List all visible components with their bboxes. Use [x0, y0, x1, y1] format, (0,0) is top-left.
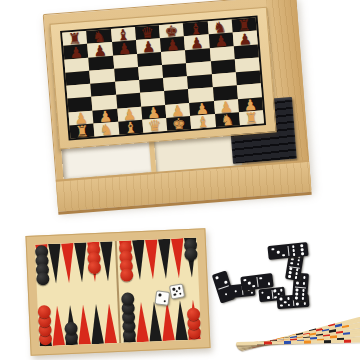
- chess-square: ♞: [215, 112, 240, 127]
- domino-half: [285, 265, 302, 281]
- domino-pip: [224, 292, 227, 295]
- domino-half: [256, 273, 274, 289]
- chess-square: ♝: [118, 120, 143, 135]
- domino-pip: [277, 251, 280, 254]
- domino-pip: [280, 289, 283, 292]
- domino-pip: [268, 282, 271, 285]
- domino-pip: [234, 290, 237, 293]
- backgammon-point: [132, 240, 147, 281]
- domino-pip: [295, 272, 298, 275]
- chess-piece-light-q: ♛: [142, 118, 167, 135]
- domino-pip: [267, 296, 270, 299]
- backgammon-point: [147, 301, 162, 342]
- domino-pip: [295, 292, 298, 295]
- domino-pip: [288, 275, 291, 278]
- domino-pip: [303, 302, 306, 305]
- domino-pip: [295, 296, 298, 299]
- chess-piece-light-k: ♚: [166, 116, 191, 133]
- die-pip: [173, 293, 176, 296]
- black-checker: [36, 272, 50, 286]
- domino-pip: [301, 248, 304, 251]
- domino-pip: [288, 304, 291, 307]
- red-checker: [120, 268, 134, 282]
- backgammon-point: [160, 301, 175, 342]
- backgammon-point: [173, 300, 188, 341]
- die-pip: [172, 288, 175, 291]
- domino-pip: [301, 252, 304, 255]
- mikado-stick: [236, 339, 360, 345]
- backgammon-point: [51, 305, 66, 346]
- chess-piece-light-n: ♞: [94, 122, 119, 139]
- product-photo-stage: ♜♞♝♛♚♝♞♜♟♟♟♟♟♟♟♟♟♟♟♟♟♟♟♟♜♞♝♛♚♝♞♜: [0, 0, 360, 360]
- domino-pip: [280, 298, 283, 301]
- chess-board-frame: ♜♞♝♛♚♝♞♜♟♟♟♟♟♟♟♟♟♟♟♟♟♟♟♟♜♞♝♛♚♝♞♜: [60, 15, 266, 140]
- domino-pip: [300, 244, 303, 247]
- domino-half: [267, 244, 288, 260]
- die: [154, 290, 170, 306]
- chess-board-lid: ♜♞♝♛♚♝♞♜♟♟♟♟♟♟♟♟♟♟♟♟♟♟♟♟♜♞♝♛♚♝♞♜: [49, 7, 276, 150]
- domino-half: [292, 286, 308, 301]
- domino-pip: [289, 267, 292, 270]
- domino-pip: [295, 276, 298, 279]
- domino-pip: [297, 263, 300, 266]
- backgammon-point: [158, 239, 173, 280]
- chess-square: ♜: [69, 123, 94, 138]
- domino-half: [287, 242, 308, 258]
- domino-pip: [302, 297, 305, 300]
- domino-pip: [284, 301, 287, 304]
- domino-pip: [287, 297, 290, 300]
- die: [169, 283, 185, 299]
- chess-square: ♚: [166, 116, 191, 131]
- backgammon-point: [48, 243, 63, 284]
- domino-pip: [293, 253, 296, 256]
- domino-chain: [210, 238, 360, 318]
- domino-pip: [277, 292, 280, 295]
- domino-pip: [282, 254, 285, 257]
- chess-square: ♛: [142, 118, 167, 133]
- domino-pip: [296, 268, 299, 271]
- black-checker: [184, 248, 198, 262]
- domino-pip: [297, 259, 300, 262]
- wooden-game-box: ♜♞♝♛♚♝♞♜♟♟♟♟♟♟♟♟♟♟♟♟♟♟♟♟♜♞♝♛♚♝♞♜: [43, 0, 312, 210]
- red-checker: [88, 261, 102, 275]
- domino-pip: [261, 291, 264, 294]
- domino-pip: [259, 277, 262, 280]
- die-pip: [159, 294, 162, 297]
- chess-piece-light-r: ♜: [239, 110, 264, 127]
- chess-piece-light-b: ♝: [190, 114, 215, 131]
- backgammon-point: [100, 241, 115, 282]
- backgammon-point: [61, 243, 76, 284]
- domino-pip: [274, 290, 277, 293]
- domino-half: [258, 288, 272, 302]
- chess-piece-light-n: ♞: [215, 112, 240, 129]
- domino-pip: [296, 303, 299, 306]
- domino-pip: [248, 282, 251, 285]
- domino-pip: [302, 293, 305, 296]
- domino-pip: [291, 258, 294, 261]
- domino-pip: [252, 285, 255, 288]
- die-pip: [178, 287, 181, 290]
- chess-square: ♜: [239, 110, 264, 125]
- backgammon-point: [134, 302, 149, 343]
- domino-pip: [302, 289, 305, 292]
- chess-board: ♜♞♝♛♚♝♞♜♟♟♟♟♟♟♟♟♟♟♟♟♟♟♟♟♜♞♝♛♚♝♞♜: [62, 18, 264, 139]
- domino-pip: [215, 276, 218, 279]
- die-pip: [163, 300, 166, 303]
- domino-pip: [290, 262, 293, 265]
- domino-pip: [224, 280, 227, 283]
- backgammon-point: [102, 303, 117, 344]
- backgammon-field: [35, 238, 201, 347]
- chess-piece-light-b: ♝: [118, 120, 143, 137]
- domino-half: [277, 295, 294, 309]
- backgammon-board: [25, 228, 210, 356]
- chess-piece-light-r: ♜: [70, 124, 95, 141]
- chess-square: ♝: [190, 114, 215, 129]
- domino-pip: [292, 249, 295, 252]
- domino-pip: [303, 282, 306, 285]
- backgammon-point: [77, 304, 92, 345]
- domino-pip: [289, 271, 292, 274]
- domino-half: [240, 275, 258, 291]
- backgammon-point: [145, 239, 160, 280]
- domino-pip: [280, 304, 283, 307]
- chess-square: ♞: [94, 121, 119, 136]
- domino-pip: [292, 245, 295, 248]
- domino-pip: [303, 276, 306, 279]
- domino-pip: [271, 248, 274, 251]
- die-pip: [179, 292, 182, 295]
- backgammon-point: [90, 304, 105, 345]
- domino-pip: [243, 279, 246, 282]
- mikado-sticks: [236, 308, 360, 358]
- domino-pip: [296, 281, 299, 284]
- domino-pip: [251, 291, 254, 294]
- domino-pip: [296, 288, 299, 291]
